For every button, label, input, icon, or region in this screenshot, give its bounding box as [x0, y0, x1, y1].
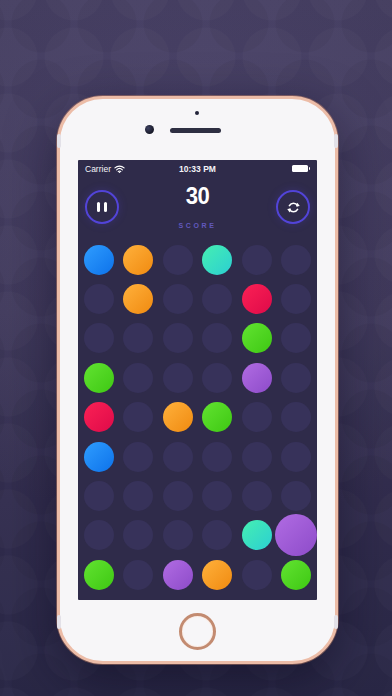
empty-cell-dot — [242, 442, 272, 472]
teal-dot[interactable] — [242, 520, 272, 550]
board-cell — [79, 319, 118, 358]
green-dot[interactable] — [242, 323, 272, 353]
board-cell — [198, 555, 237, 594]
empty-cell-dot — [123, 363, 153, 393]
earpiece-speaker — [170, 128, 221, 133]
empty-cell-dot — [281, 245, 311, 275]
empty-cell-dot — [163, 442, 193, 472]
empty-cell-dot — [84, 323, 114, 353]
board-cell — [119, 240, 158, 279]
board-cell — [237, 240, 276, 279]
phone-mockup: Carrier 10:33 PM 30 SCORE — [57, 96, 338, 664]
empty-cell-dot — [163, 323, 193, 353]
green-dot[interactable] — [84, 363, 114, 393]
empty-cell-dot — [281, 481, 311, 511]
empty-cell-dot — [123, 481, 153, 511]
antenna-band-left-bottom — [57, 615, 61, 629]
orange-dot[interactable] — [202, 560, 232, 590]
board-cell — [79, 240, 118, 279]
board-cell — [119, 437, 158, 476]
empty-cell-dot — [163, 363, 193, 393]
empty-cell-dot — [281, 323, 311, 353]
board-cell — [276, 555, 315, 594]
board-cell — [276, 279, 315, 318]
carrier-label: Carrier — [85, 164, 111, 174]
board-cell — [276, 437, 315, 476]
empty-cell-dot — [202, 520, 232, 550]
board-cell — [79, 437, 118, 476]
board-cell — [237, 319, 276, 358]
board-cell — [158, 555, 197, 594]
empty-cell-dot — [202, 323, 232, 353]
board-cell — [79, 476, 118, 515]
carrier-group: Carrier — [85, 164, 125, 174]
status-bar: Carrier 10:33 PM — [78, 160, 317, 177]
board-cell — [198, 319, 237, 358]
board-cell — [119, 319, 158, 358]
empty-cell-dot — [123, 323, 153, 353]
board-cell — [276, 516, 315, 555]
red-dot[interactable] — [84, 402, 114, 432]
orange-dot[interactable] — [123, 284, 153, 314]
board-cell — [276, 358, 315, 397]
empty-cell-dot — [163, 481, 193, 511]
home-button[interactable] — [179, 613, 216, 650]
empty-cell-dot — [202, 481, 232, 511]
empty-cell-dot — [202, 442, 232, 472]
board-cell — [158, 279, 197, 318]
empty-cell-dot — [84, 520, 114, 550]
empty-cell-dot — [281, 442, 311, 472]
empty-cell-dot — [123, 402, 153, 432]
board-cell — [79, 358, 118, 397]
board-cell — [119, 516, 158, 555]
board-cell — [158, 398, 197, 437]
refresh-icon — [286, 200, 301, 215]
board-cell — [158, 437, 197, 476]
board-cell — [79, 279, 118, 318]
purple-dot[interactable] — [275, 514, 317, 556]
orange-dot[interactable] — [163, 402, 193, 432]
board-cell — [79, 516, 118, 555]
empty-cell-dot — [163, 284, 193, 314]
board-cell — [276, 398, 315, 437]
restart-button[interactable] — [276, 190, 310, 224]
green-dot[interactable] — [281, 560, 311, 590]
board-cell — [198, 516, 237, 555]
empty-cell-dot — [281, 284, 311, 314]
orange-dot[interactable] — [123, 245, 153, 275]
battery-body — [292, 165, 308, 173]
board-cell — [198, 279, 237, 318]
board-cell — [237, 516, 276, 555]
empty-cell-dot — [123, 560, 153, 590]
teal-dot[interactable] — [202, 245, 232, 275]
board-cell — [158, 319, 197, 358]
empty-cell-dot — [242, 245, 272, 275]
empty-cell-dot — [163, 245, 193, 275]
board-cell — [276, 240, 315, 279]
board — [78, 240, 317, 595]
empty-cell-dot — [84, 481, 114, 511]
board-cell — [79, 555, 118, 594]
board-cell — [119, 555, 158, 594]
antenna-band-right-top — [334, 134, 338, 148]
empty-cell-dot — [242, 402, 272, 432]
purple-dot[interactable] — [242, 363, 272, 393]
board-cell — [158, 240, 197, 279]
empty-cell-dot — [202, 284, 232, 314]
board-cell — [276, 319, 315, 358]
board-cell — [119, 476, 158, 515]
board-cell — [237, 358, 276, 397]
empty-cell-dot — [242, 481, 272, 511]
red-dot[interactable] — [242, 284, 272, 314]
empty-cell-dot — [281, 402, 311, 432]
board-cell — [237, 555, 276, 594]
board-cell — [119, 358, 158, 397]
board-cell — [79, 398, 118, 437]
board-cell — [198, 476, 237, 515]
board-cell — [276, 476, 315, 515]
board-cell — [237, 476, 276, 515]
board-cell — [237, 398, 276, 437]
empty-cell-dot — [163, 520, 193, 550]
board-cell — [198, 358, 237, 397]
empty-cell-dot — [123, 442, 153, 472]
score-label: SCORE — [78, 222, 317, 229]
wifi-icon — [114, 165, 125, 173]
score-value: 30 — [88, 182, 308, 210]
board-cell — [119, 279, 158, 318]
empty-cell-dot — [84, 284, 114, 314]
blue-dot[interactable] — [84, 245, 114, 275]
board-cell — [198, 398, 237, 437]
empty-cell-dot — [202, 363, 232, 393]
board-cell — [119, 398, 158, 437]
purple-dot[interactable] — [163, 560, 193, 590]
board-cell — [158, 476, 197, 515]
board-cell — [198, 240, 237, 279]
proximity-sensor-dot — [195, 111, 199, 115]
board-cell — [158, 516, 197, 555]
battery-full-icon — [292, 165, 311, 173]
green-dot[interactable] — [202, 402, 232, 432]
antenna-band-left-top — [57, 134, 61, 148]
battery-nub — [309, 167, 311, 171]
board-cell — [237, 279, 276, 318]
front-camera — [145, 125, 154, 134]
app-screen: Carrier 10:33 PM 30 SCORE — [78, 160, 317, 600]
antenna-band-right-bottom — [334, 615, 338, 629]
empty-cell-dot — [123, 520, 153, 550]
board-cell — [158, 358, 197, 397]
green-dot[interactable] — [84, 560, 114, 590]
empty-cell-dot — [281, 363, 311, 393]
blue-dot[interactable] — [84, 442, 114, 472]
board-cell — [198, 437, 237, 476]
empty-cell-dot — [242, 560, 272, 590]
board-cell — [237, 437, 276, 476]
